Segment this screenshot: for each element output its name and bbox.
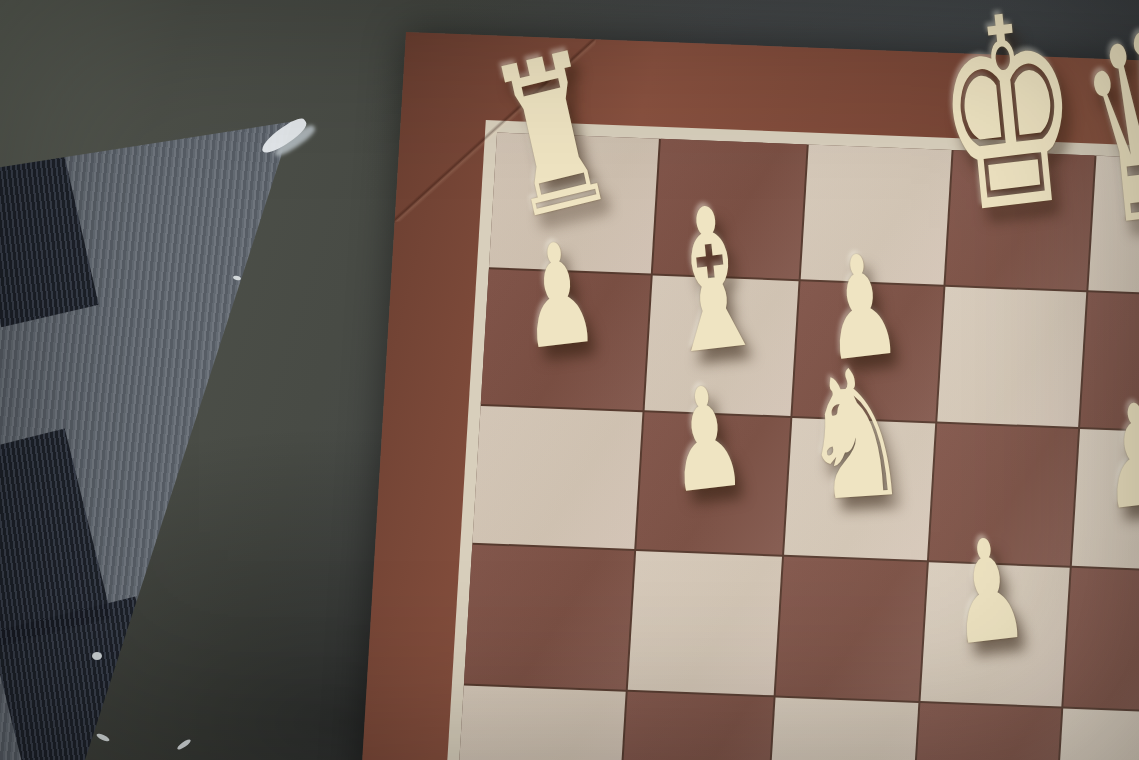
square-a4[interactable] bbox=[455, 685, 625, 760]
square-b4[interactable] bbox=[619, 692, 773, 760]
square-a7[interactable]: ♟ bbox=[481, 269, 651, 410]
square-b6[interactable]: ♟ bbox=[636, 412, 790, 554]
square-e5[interactable] bbox=[1063, 568, 1139, 712]
white-king-d8[interactable]: ♚ bbox=[926, 0, 1091, 254]
fabric-dark-patch bbox=[0, 149, 99, 327]
square-a6[interactable] bbox=[472, 406, 642, 549]
square-e6[interactable]: ♟ bbox=[1072, 429, 1139, 571]
square-c5[interactable] bbox=[776, 557, 927, 701]
white-pawn-a7[interactable]: ♟ bbox=[514, 222, 602, 370]
board-frame: ♜♚♛♟♝♟♟♞♟♟ bbox=[326, 32, 1139, 760]
square-d7[interactable] bbox=[937, 287, 1086, 427]
white-pawn-d5[interactable]: ♟ bbox=[944, 517, 1032, 665]
square-d5[interactable]: ♟ bbox=[921, 562, 1070, 706]
board-squares-grid: ♜♚♛♟♝♟♟♞♟♟ bbox=[428, 133, 1139, 760]
white-knight-c6[interactable]: ♞ bbox=[797, 344, 912, 527]
white-pawn-b6[interactable]: ♟ bbox=[662, 366, 750, 514]
square-e8[interactable]: ♛ bbox=[1088, 156, 1139, 296]
square-b5[interactable] bbox=[628, 551, 782, 695]
board-border-line: ♜♚♛♟♝♟♟♞♟♟ bbox=[416, 120, 1139, 760]
lint-speck bbox=[92, 652, 102, 660]
square-d4[interactable] bbox=[912, 703, 1061, 760]
square-c6[interactable]: ♞ bbox=[784, 418, 935, 560]
square-e4[interactable] bbox=[1055, 709, 1139, 760]
white-bishop-b7[interactable]: ♝ bbox=[650, 178, 773, 385]
square-d8[interactable]: ♚ bbox=[946, 150, 1095, 290]
photo-scene: ♜♚♛♟♝♟♟♞♟♟ bbox=[0, 0, 1139, 760]
square-c4[interactable] bbox=[767, 697, 918, 760]
white-pawn-e6[interactable]: ♟ bbox=[1094, 383, 1139, 531]
chess-board: ♜♚♛♟♝♟♟♞♟♟ bbox=[326, 32, 1139, 760]
square-a5[interactable] bbox=[464, 545, 634, 690]
